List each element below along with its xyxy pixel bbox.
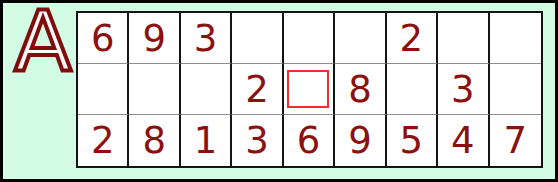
cell-r2c9[interactable] <box>490 64 541 115</box>
cell-r3c2[interactable]: 8 <box>129 115 180 166</box>
cell-r1c7[interactable]: 2 <box>387 13 438 64</box>
puzzle-label: A <box>7 4 79 100</box>
cell-r2c2[interactable] <box>129 64 180 115</box>
cell-r2c1[interactable] <box>78 64 129 115</box>
cell-r2c6[interactable]: 8 <box>335 64 386 115</box>
cell-r1c4[interactable] <box>232 13 283 64</box>
cell-r3c1[interactable]: 2 <box>78 115 129 166</box>
cell-r2c5[interactable] <box>284 64 335 115</box>
cell-r3c5[interactable]: 6 <box>284 115 335 166</box>
cell-r3c6[interactable]: 9 <box>335 115 386 166</box>
cell-r2c8[interactable]: 3 <box>438 64 489 115</box>
cell-r1c5[interactable] <box>284 13 335 64</box>
cell-r3c3[interactable]: 1 <box>181 115 232 166</box>
puzzle-label-letter: A <box>14 4 71 91</box>
cell-r3c8[interactable]: 4 <box>438 115 489 166</box>
cell-r2c7[interactable] <box>387 64 438 115</box>
cell-r1c2[interactable]: 9 <box>129 13 180 64</box>
target-cell-marker <box>287 70 329 108</box>
cell-r1c8[interactable] <box>438 13 489 64</box>
cell-r3c9[interactable]: 7 <box>490 115 541 166</box>
cell-r1c9[interactable] <box>490 13 541 64</box>
cell-r2c4[interactable]: 2 <box>232 64 283 115</box>
puzzle-frame: A 6932283281369547 <box>0 0 558 182</box>
cell-r1c1[interactable]: 6 <box>78 13 129 64</box>
cell-r3c4[interactable]: 3 <box>232 115 283 166</box>
cell-r2c3[interactable] <box>181 64 232 115</box>
puzzle-grid: 6932283281369547 <box>76 11 543 168</box>
cell-r1c6[interactable] <box>335 13 386 64</box>
cell-r3c7[interactable]: 5 <box>387 115 438 166</box>
cell-r1c3[interactable]: 3 <box>181 13 232 64</box>
